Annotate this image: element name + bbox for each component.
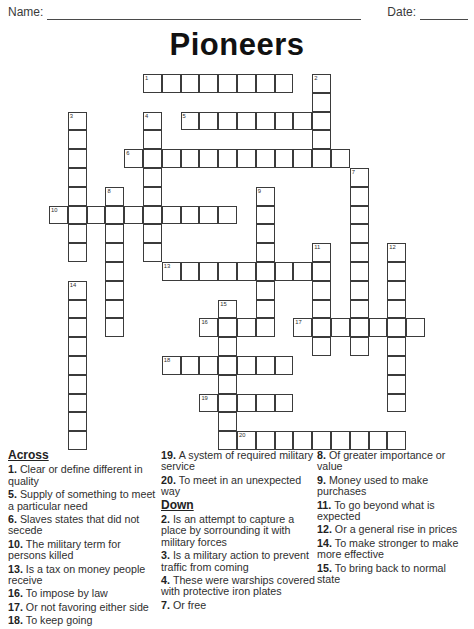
grid-cell[interactable] [105,243,124,262]
grid-cell[interactable] [143,224,162,243]
grid-cell[interactable] [68,168,87,187]
clue-number: 5. [8,488,20,500]
grid-cell[interactable] [350,224,369,243]
clue-number: 14. [317,537,335,549]
grid-cell[interactable] [331,318,350,337]
grid-cell[interactable] [256,356,275,375]
grid-cell[interactable] [256,243,275,262]
grid-cell[interactable] [181,149,200,168]
across-clue-13: 13. Is a tax on money people receive [8,564,156,587]
cell-number: 14 [70,282,76,288]
grid-cell[interactable] [199,74,218,93]
grid-cell[interactable] [218,318,237,337]
cell-number: 8 [107,188,110,194]
grid-cell[interactable] [181,74,200,93]
grid-cell[interactable] [387,431,406,450]
grid-cell[interactable] [68,337,87,356]
grid-cell[interactable] [162,149,181,168]
cell-number: 15 [220,301,226,307]
grid-cell[interactable] [68,206,87,225]
grid-cell[interactable] [68,224,87,243]
grid-cell[interactable]: 5 [181,112,200,131]
clue-column-left: Across1. Clear or define different in qu… [8,450,156,629]
grid-cell[interactable] [105,262,124,281]
grid-cell[interactable] [181,262,200,281]
grid-cell[interactable] [68,375,87,394]
grid-cell[interactable]: 13 [162,262,181,281]
grid-cell[interactable] [218,394,237,413]
grid-cell[interactable] [293,112,312,131]
down-clue-4: 4. These were warships covered with prot… [161,575,315,598]
grid-cell[interactable]: 6 [124,149,143,168]
grid-cell[interactable] [68,243,87,262]
grid-cell[interactable] [275,394,294,413]
clue-number: 12. [317,523,335,535]
grid-cell[interactable]: 18 [162,356,181,375]
grid-cell[interactable]: 8 [105,187,124,206]
grid-cell[interactable] [237,318,256,337]
grid-cell[interactable] [143,243,162,262]
across-clue-20: 20. To meet in an unexpected way [161,475,315,498]
grid-cell[interactable] [256,206,275,225]
down-clue-9: 9. Money used to make purchases [317,475,469,498]
grid-cell[interactable] [105,300,124,319]
grid-cell[interactable] [350,187,369,206]
grid-cell[interactable] [275,431,294,450]
grid-cell[interactable] [68,412,87,431]
across-heading: Across [8,450,156,461]
cell-number: 19 [201,395,207,401]
across-clue-5: 5. Supply of something to meet a particu… [8,489,156,512]
grid-cell[interactable] [312,337,331,356]
grid-cell[interactable] [237,112,256,131]
grid-cell[interactable]: 15 [218,300,237,319]
cell-number: 2 [314,75,317,81]
grid-cell[interactable]: 4 [143,112,162,131]
down-clue-12: 12. Or a general rise in prices [317,524,469,535]
grid-cell[interactable] [256,318,275,337]
cell-number: 5 [183,113,186,119]
grid-cell[interactable] [293,431,312,450]
grid-cell[interactable] [275,74,294,93]
grid-cell[interactable] [331,149,350,168]
grid-cell[interactable]: 16 [199,318,218,337]
grid-cell[interactable] [312,281,331,300]
grid-cell[interactable] [162,206,181,225]
grid-cell[interactable] [237,356,256,375]
grid-cell[interactable] [199,149,218,168]
clue-number: 11. [317,499,334,511]
clue-number: 3. [161,549,173,561]
grid-cell[interactable]: 1 [143,74,162,93]
grid-cell[interactable] [387,318,406,337]
grid-cell[interactable] [369,431,388,450]
grid-cell[interactable] [256,431,275,450]
grid-cell[interactable] [312,262,331,281]
grid-cell[interactable] [350,431,369,450]
grid-cell[interactable]: 7 [350,168,369,187]
cell-number: 9 [258,188,261,194]
down-clue-11: 11. To go beyond what is expected [317,500,469,523]
grid-cell[interactable] [256,224,275,243]
grid-cell[interactable] [237,149,256,168]
cell-number: 20 [239,432,245,438]
across-clue-18: 18. To keep going [8,615,156,626]
across-clue-16: 16. To impose by law [8,588,156,599]
grid-cell[interactable] [331,431,350,450]
grid-cell[interactable] [350,262,369,281]
grid-cell[interactable] [68,356,87,375]
grid-cell[interactable] [218,262,237,281]
clue-number: 4. [161,574,173,586]
grid-cell[interactable] [143,168,162,187]
clue-number: 19. [161,449,179,461]
grid-cell[interactable] [218,149,237,168]
grid-cell[interactable] [68,431,87,450]
grid-cell[interactable] [256,262,275,281]
grid-cell[interactable] [293,149,312,168]
clue-column-right: 8. Of greater importance or value9. Mone… [317,450,469,587]
grid-cell[interactable] [293,262,312,281]
grid-cell[interactable] [256,112,275,131]
grid-cell[interactable] [350,281,369,300]
grid-cell[interactable] [350,300,369,319]
down-clue-15: 15. To bring back to normal state [317,563,469,586]
grid-cell[interactable] [406,318,425,337]
date-blank-line [420,6,468,20]
grid-cell[interactable] [218,112,237,131]
name-blank-line [47,6,361,20]
clue-number: 7. [161,599,173,611]
grid-cell[interactable]: 14 [68,281,87,300]
grid-cell[interactable] [199,356,218,375]
grid-cell[interactable] [218,206,237,225]
across-clue-17: 17. Or not favoring either side [8,602,156,613]
cell-number: 13 [164,263,170,269]
grid-cell[interactable] [199,262,218,281]
down-clue-3: 3. Is a military action to prevent traff… [161,550,315,573]
grid-cell[interactable] [87,206,106,225]
grid-cell[interactable] [387,300,406,319]
grid-cell[interactable] [312,318,331,337]
grid-cell[interactable] [369,318,388,337]
grid-cell[interactable]: 20 [237,431,256,450]
grid-cell[interactable] [68,300,87,319]
grid-cell[interactable] [387,262,406,281]
grid-cell[interactable] [162,74,181,93]
grid-cell[interactable] [387,375,406,394]
grid-cell[interactable] [68,149,87,168]
grid-cell[interactable] [256,149,275,168]
cell-number: 1 [145,75,148,81]
grid-cell[interactable] [275,356,294,375]
clue-number: 15. [317,562,335,574]
cell-number: 16 [201,319,207,325]
grid-cell[interactable] [275,149,294,168]
grid-cell[interactable] [143,187,162,206]
down-heading: Down [161,500,315,511]
grid-cell[interactable] [218,74,237,93]
grid-cell[interactable] [312,112,331,131]
cell-number: 10 [51,207,57,213]
grid-cell[interactable] [143,149,162,168]
clue-number: 2. [161,513,173,525]
clue-number: 10. [8,538,26,550]
grid-cell[interactable]: 11 [312,243,331,262]
clue-number: 1. [8,463,20,475]
grid-cell[interactable] [387,394,406,413]
grid-cell[interactable]: 17 [293,318,312,337]
grid-cell[interactable] [105,281,124,300]
grid-cell[interactable] [256,74,275,93]
grid-cell[interactable]: 3 [68,112,87,131]
cell-number: 17 [295,319,301,325]
grid-cell[interactable] [312,93,331,112]
grid-cell[interactable] [218,431,237,450]
grid-cell[interactable] [275,112,294,131]
clue-number: 6. [8,513,20,525]
grid-cell[interactable] [124,206,143,225]
grid-cell[interactable] [312,130,331,149]
grid-cell[interactable] [218,356,237,375]
grid-cell[interactable] [218,375,237,394]
grid-cell[interactable] [275,262,294,281]
cell-number: 6 [126,150,129,156]
crossword-grid: 1234567891011121314151617181920 [49,74,425,450]
grid-cell[interactable] [68,394,87,413]
grid-cell[interactable] [237,74,256,93]
grid-cell[interactable] [387,356,406,375]
cell-number: 18 [164,357,170,363]
grid-cell[interactable] [68,187,87,206]
grid-cell[interactable] [350,318,369,337]
across-clue-19: 19. A system of required military servic… [161,450,315,473]
grid-cell[interactable] [256,300,275,319]
grid-cell[interactable]: 12 [387,243,406,262]
clue-number: 17. [8,601,26,613]
down-clue-14: 14. To make stronger to make more effect… [317,538,469,561]
header-bar: Name: Date: [8,5,468,20]
grid-cell[interactable] [256,394,275,413]
page-title: Pioneers [0,27,474,63]
date-label: Date: [387,5,416,20]
grid-cell[interactable] [68,130,87,149]
grid-cell[interactable] [256,281,275,300]
grid-cell[interactable] [387,337,406,356]
grid-cell[interactable]: 9 [256,187,275,206]
cell-number: 12 [389,244,395,250]
grid-cell[interactable] [350,206,369,225]
grid-cell[interactable] [350,243,369,262]
grid-cell[interactable] [143,130,162,149]
grid-cell[interactable] [181,206,200,225]
grid-cell[interactable]: 19 [199,394,218,413]
clue-column-middle: 19. A system of required military servic… [161,450,315,613]
grid-cell[interactable] [237,394,256,413]
clue-number: 13. [8,563,26,575]
grid-cell[interactable] [105,206,124,225]
grid-cell[interactable] [312,300,331,319]
grid-cell[interactable] [237,262,256,281]
across-clue-10: 10. The military term for persons killed [8,539,156,562]
down-clue-7: 7. Or free [161,600,315,611]
grid-cell[interactable] [105,224,124,243]
clue-number: 8. [317,449,329,461]
grid-cell[interactable] [218,412,237,431]
down-clue-2: 2. Is an attempt to capture a place by s… [161,514,315,548]
cell-number: 7 [352,169,355,175]
grid-cell[interactable] [68,318,87,337]
grid-cell[interactable] [143,206,162,225]
cell-number: 4 [145,113,148,119]
across-clue-1: 1. Clear or define different in quality [8,464,156,487]
grid-cell[interactable] [181,356,200,375]
grid-cell[interactable] [199,112,218,131]
grid-cell[interactable] [312,149,331,168]
clue-number: 16. [8,587,26,599]
clue-number: 9. [317,474,329,486]
across-clue-6: 6. Slaves states that did not secede [8,514,156,537]
grid-cell[interactable] [350,337,369,356]
cell-number: 11 [314,244,320,250]
grid-cell[interactable]: 2 [312,74,331,93]
grid-cell[interactable] [387,281,406,300]
grid-cell[interactable] [105,318,124,337]
grid-cell[interactable] [218,337,237,356]
clue-number: 18. [8,614,26,626]
grid-cell[interactable] [312,431,331,450]
clue-number: 20. [161,474,179,486]
cell-number: 3 [70,113,73,119]
grid-cell[interactable]: 10 [49,206,68,225]
down-clue-8: 8. Of greater importance or value [317,450,469,473]
name-label: Name: [8,5,43,20]
grid-cell[interactable] [199,206,218,225]
